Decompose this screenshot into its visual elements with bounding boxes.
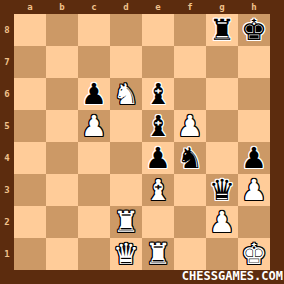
square-a7[interactable] bbox=[14, 46, 46, 78]
square-g4[interactable] bbox=[206, 142, 238, 174]
square-d1[interactable]: ♛ bbox=[110, 238, 142, 270]
square-c2[interactable] bbox=[78, 206, 110, 238]
piece-white-queen[interactable]: ♛ bbox=[110, 238, 142, 270]
rank-label-4: 4 bbox=[0, 142, 14, 174]
square-d5[interactable] bbox=[110, 110, 142, 142]
square-h3[interactable]: ♟ bbox=[238, 174, 270, 206]
square-c1[interactable] bbox=[78, 238, 110, 270]
square-f4[interactable]: ♞ bbox=[174, 142, 206, 174]
rank-label-8: 8 bbox=[0, 14, 14, 46]
square-a4[interactable] bbox=[14, 142, 46, 174]
square-c4[interactable] bbox=[78, 142, 110, 174]
piece-black-pawn[interactable]: ♟ bbox=[78, 78, 110, 110]
square-d6[interactable]: ♞ bbox=[110, 78, 142, 110]
square-g6[interactable] bbox=[206, 78, 238, 110]
square-b8[interactable] bbox=[46, 14, 78, 46]
square-d3[interactable] bbox=[110, 174, 142, 206]
square-e7[interactable] bbox=[142, 46, 174, 78]
square-f5[interactable]: ♟ bbox=[174, 110, 206, 142]
square-g5[interactable] bbox=[206, 110, 238, 142]
square-e1[interactable]: ♜ bbox=[142, 238, 174, 270]
square-g2[interactable]: ♟ bbox=[206, 206, 238, 238]
rank-label-5: 5 bbox=[0, 110, 14, 142]
piece-black-king[interactable]: ♚ bbox=[238, 14, 270, 46]
square-b4[interactable] bbox=[46, 142, 78, 174]
square-f7[interactable] bbox=[174, 46, 206, 78]
file-label-b: b bbox=[46, 0, 78, 14]
piece-black-bishop[interactable]: ♝ bbox=[142, 110, 174, 142]
file-label-f: f bbox=[174, 0, 206, 14]
square-e6[interactable]: ♝ bbox=[142, 78, 174, 110]
piece-black-queen[interactable]: ♛ bbox=[206, 174, 238, 206]
file-label-a: a bbox=[14, 0, 46, 14]
rank-label-3: 3 bbox=[0, 174, 14, 206]
chess-diagram: abcdefgh 87654321 ♜♚♟♞♝♟♝♟♟♞♟♝♛♟♜♟♛♜♚ CH… bbox=[0, 0, 284, 284]
piece-black-pawn[interactable]: ♟ bbox=[238, 142, 270, 174]
rank-label-2: 2 bbox=[0, 206, 14, 238]
file-labels: abcdefgh bbox=[14, 0, 270, 14]
square-b2[interactable] bbox=[46, 206, 78, 238]
piece-white-pawn[interactable]: ♟ bbox=[78, 110, 110, 142]
file-label-h: h bbox=[238, 0, 270, 14]
square-f6[interactable] bbox=[174, 78, 206, 110]
file-label-g: g bbox=[206, 0, 238, 14]
square-a5[interactable] bbox=[14, 110, 46, 142]
file-label-d: d bbox=[110, 0, 142, 14]
piece-black-pawn[interactable]: ♟ bbox=[142, 142, 174, 174]
square-e2[interactable] bbox=[142, 206, 174, 238]
square-c3[interactable] bbox=[78, 174, 110, 206]
square-e4[interactable]: ♟ bbox=[142, 142, 174, 174]
piece-white-pawn[interactable]: ♟ bbox=[206, 206, 238, 238]
rank-label-6: 6 bbox=[0, 78, 14, 110]
square-b6[interactable] bbox=[46, 78, 78, 110]
piece-white-rook[interactable]: ♜ bbox=[110, 206, 142, 238]
square-h8[interactable]: ♚ bbox=[238, 14, 270, 46]
square-h7[interactable] bbox=[238, 46, 270, 78]
square-d4[interactable] bbox=[110, 142, 142, 174]
square-h4[interactable]: ♟ bbox=[238, 142, 270, 174]
piece-black-bishop[interactable]: ♝ bbox=[142, 78, 174, 110]
piece-white-knight[interactable]: ♞ bbox=[110, 78, 142, 110]
square-e3[interactable]: ♝ bbox=[142, 174, 174, 206]
square-f8[interactable] bbox=[174, 14, 206, 46]
square-c6[interactable]: ♟ bbox=[78, 78, 110, 110]
piece-white-bishop[interactable]: ♝ bbox=[142, 174, 174, 206]
piece-black-knight[interactable]: ♞ bbox=[174, 142, 206, 174]
square-e5[interactable]: ♝ bbox=[142, 110, 174, 142]
square-e8[interactable] bbox=[142, 14, 174, 46]
square-c8[interactable] bbox=[78, 14, 110, 46]
square-a1[interactable] bbox=[14, 238, 46, 270]
square-h6[interactable] bbox=[238, 78, 270, 110]
piece-white-pawn[interactable]: ♟ bbox=[238, 174, 270, 206]
file-label-c: c bbox=[78, 0, 110, 14]
piece-black-rook[interactable]: ♜ bbox=[206, 14, 238, 46]
square-d8[interactable] bbox=[110, 14, 142, 46]
piece-white-rook[interactable]: ♜ bbox=[142, 238, 174, 270]
piece-white-king[interactable]: ♚ bbox=[238, 238, 270, 270]
square-f2[interactable] bbox=[174, 206, 206, 238]
rank-label-7: 7 bbox=[0, 46, 14, 78]
file-label-e: e bbox=[142, 0, 174, 14]
chess-board: ♜♚♟♞♝♟♝♟♟♞♟♝♛♟♜♟♛♜♚ bbox=[14, 14, 270, 270]
square-f3[interactable] bbox=[174, 174, 206, 206]
square-f1[interactable] bbox=[174, 238, 206, 270]
square-h1[interactable]: ♚ bbox=[238, 238, 270, 270]
square-b5[interactable] bbox=[46, 110, 78, 142]
rank-labels: 87654321 bbox=[0, 14, 14, 270]
square-h2[interactable] bbox=[238, 206, 270, 238]
square-g3[interactable]: ♛ bbox=[206, 174, 238, 206]
square-a8[interactable] bbox=[14, 14, 46, 46]
rank-label-1: 1 bbox=[0, 238, 14, 270]
square-a2[interactable] bbox=[14, 206, 46, 238]
square-g7[interactable] bbox=[206, 46, 238, 78]
square-d7[interactable] bbox=[110, 46, 142, 78]
square-b7[interactable] bbox=[46, 46, 78, 78]
square-g1[interactable] bbox=[206, 238, 238, 270]
square-b3[interactable] bbox=[46, 174, 78, 206]
piece-white-pawn[interactable]: ♟ bbox=[174, 110, 206, 142]
watermark: CHESSGAMES.COM bbox=[182, 269, 283, 284]
square-g8[interactable]: ♜ bbox=[206, 14, 238, 46]
square-d2[interactable]: ♜ bbox=[110, 206, 142, 238]
square-c5[interactable]: ♟ bbox=[78, 110, 110, 142]
square-h5[interactable] bbox=[238, 110, 270, 142]
square-c7[interactable] bbox=[78, 46, 110, 78]
square-a6[interactable] bbox=[14, 78, 46, 110]
square-b1[interactable] bbox=[46, 238, 78, 270]
square-a3[interactable] bbox=[14, 174, 46, 206]
